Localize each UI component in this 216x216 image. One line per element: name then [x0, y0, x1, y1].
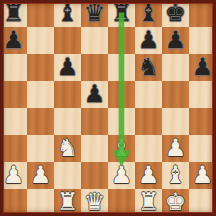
square-c8[interactable]: ♝ — [54, 0, 81, 27]
piece-black-bishop[interactable]: ♝ — [135, 0, 162, 27]
square-d1[interactable]: ♛ — [81, 189, 108, 216]
piece-white-pawn[interactable]: ♟ — [189, 162, 216, 189]
square-h4[interactable] — [189, 108, 216, 135]
chess-board: ♜♝♛♜♝♚♟♟♟♟♞♟♟♞♝♟♟♟♟♟♝♟♜♛♜♚ — [0, 0, 216, 216]
square-g1[interactable]: ♚ — [162, 189, 189, 216]
square-b4[interactable] — [27, 108, 54, 135]
piece-black-queen[interactable]: ♛ — [81, 0, 108, 27]
square-c6[interactable]: ♟ — [54, 54, 81, 81]
square-a7[interactable]: ♟ — [0, 27, 27, 54]
piece-black-king[interactable]: ♚ — [162, 0, 189, 27]
square-c2[interactable] — [54, 162, 81, 189]
square-e7[interactable] — [108, 27, 135, 54]
board-squares: ♜♝♛♜♝♚♟♟♟♟♞♟♟♞♝♟♟♟♟♟♝♟♜♛♜♚ — [0, 0, 216, 216]
square-d5[interactable]: ♟ — [81, 81, 108, 108]
square-b8[interactable] — [27, 0, 54, 27]
square-c1[interactable]: ♜ — [54, 189, 81, 216]
piece-white-rook[interactable]: ♜ — [135, 189, 162, 216]
square-g2[interactable]: ♝ — [162, 162, 189, 189]
square-a4[interactable] — [0, 108, 27, 135]
square-a2[interactable]: ♟ — [0, 162, 27, 189]
piece-black-pawn[interactable]: ♟ — [0, 27, 27, 54]
square-f5[interactable] — [135, 81, 162, 108]
piece-black-rook[interactable]: ♜ — [0, 0, 27, 27]
piece-black-pawn[interactable]: ♟ — [189, 54, 216, 81]
square-f2[interactable]: ♟ — [135, 162, 162, 189]
piece-black-pawn[interactable]: ♟ — [81, 81, 108, 108]
square-f7[interactable]: ♟ — [135, 27, 162, 54]
piece-black-pawn[interactable]: ♟ — [162, 27, 189, 54]
square-f4[interactable] — [135, 108, 162, 135]
square-c4[interactable] — [54, 108, 81, 135]
square-g7[interactable]: ♟ — [162, 27, 189, 54]
square-a3[interactable] — [0, 135, 27, 162]
square-h2[interactable]: ♟ — [189, 162, 216, 189]
piece-black-pawn[interactable]: ♟ — [135, 27, 162, 54]
piece-black-rook[interactable]: ♜ — [108, 0, 135, 27]
square-d8[interactable]: ♛ — [81, 0, 108, 27]
square-b1[interactable] — [27, 189, 54, 216]
square-h1[interactable] — [189, 189, 216, 216]
square-h8[interactable] — [189, 0, 216, 27]
square-c5[interactable] — [54, 81, 81, 108]
square-c3[interactable]: ♞ — [54, 135, 81, 162]
square-a5[interactable] — [0, 81, 27, 108]
square-b7[interactable] — [27, 27, 54, 54]
square-f1[interactable]: ♜ — [135, 189, 162, 216]
square-f6[interactable]: ♞ — [135, 54, 162, 81]
piece-white-pawn[interactable]: ♟ — [135, 162, 162, 189]
square-a6[interactable] — [0, 54, 27, 81]
piece-white-bishop[interactable]: ♝ — [108, 135, 135, 162]
square-e5[interactable] — [108, 81, 135, 108]
piece-white-queen[interactable]: ♛ — [81, 189, 108, 216]
square-g3[interactable]: ♟ — [162, 135, 189, 162]
square-b6[interactable] — [27, 54, 54, 81]
piece-black-bishop[interactable]: ♝ — [54, 0, 81, 27]
square-b2[interactable]: ♟ — [27, 162, 54, 189]
piece-white-bishop[interactable]: ♝ — [162, 162, 189, 189]
square-e1[interactable] — [108, 189, 135, 216]
square-h3[interactable] — [189, 135, 216, 162]
square-f8[interactable]: ♝ — [135, 0, 162, 27]
square-e8[interactable]: ♜ — [108, 0, 135, 27]
square-g8[interactable]: ♚ — [162, 0, 189, 27]
square-a1[interactable] — [0, 189, 27, 216]
square-d2[interactable] — [81, 162, 108, 189]
piece-white-knight[interactable]: ♞ — [54, 135, 81, 162]
square-h7[interactable] — [189, 27, 216, 54]
piece-white-rook[interactable]: ♜ — [54, 189, 81, 216]
square-g6[interactable] — [162, 54, 189, 81]
square-h5[interactable] — [189, 81, 216, 108]
square-b5[interactable] — [27, 81, 54, 108]
piece-white-pawn[interactable]: ♟ — [108, 162, 135, 189]
square-b3[interactable] — [27, 135, 54, 162]
square-d6[interactable] — [81, 54, 108, 81]
piece-black-pawn[interactable]: ♟ — [54, 54, 81, 81]
piece-white-pawn[interactable]: ♟ — [0, 162, 27, 189]
square-e6[interactable] — [108, 54, 135, 81]
square-g5[interactable] — [162, 81, 189, 108]
square-e4[interactable] — [108, 108, 135, 135]
square-a8[interactable]: ♜ — [0, 0, 27, 27]
piece-black-knight[interactable]: ♞ — [135, 54, 162, 81]
square-d7[interactable] — [81, 27, 108, 54]
square-c7[interactable] — [54, 27, 81, 54]
piece-white-king[interactable]: ♚ — [162, 189, 189, 216]
square-h6[interactable]: ♟ — [189, 54, 216, 81]
piece-white-pawn[interactable]: ♟ — [162, 135, 189, 162]
square-e2[interactable]: ♟ — [108, 162, 135, 189]
square-f3[interactable] — [135, 135, 162, 162]
square-d3[interactable] — [81, 135, 108, 162]
piece-white-pawn[interactable]: ♟ — [27, 162, 54, 189]
square-g4[interactable] — [162, 108, 189, 135]
square-d4[interactable] — [81, 108, 108, 135]
square-e3[interactable]: ♝ — [108, 135, 135, 162]
